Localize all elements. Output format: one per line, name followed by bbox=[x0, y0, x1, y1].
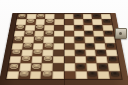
black-man[interactable]: ⛂ bbox=[74, 35, 84, 41]
square-r9c6 bbox=[64, 64, 75, 72]
black-man[interactable]: ⛂ bbox=[103, 29, 114, 35]
white-man[interactable]: ⛂ bbox=[41, 69, 53, 77]
black-man[interactable]: ⛂ bbox=[107, 55, 119, 62]
square-r10c6[interactable] bbox=[64, 71, 76, 79]
square-r8c10[interactable]: ⛂ bbox=[107, 56, 119, 63]
white-man[interactable]: ⛂ bbox=[33, 35, 44, 41]
black-man[interactable]: ⛂ bbox=[84, 42, 95, 48]
square-r7c6 bbox=[64, 49, 75, 56]
square-r9c5[interactable] bbox=[53, 64, 64, 72]
square-r10c2[interactable]: ⛂ bbox=[18, 71, 30, 79]
black-man[interactable]: ⛂ bbox=[83, 18, 93, 23]
square-r8c6[interactable] bbox=[64, 56, 75, 63]
square-r9c3[interactable]: ⛂ bbox=[30, 64, 42, 72]
white-man[interactable]: ⛂ bbox=[42, 55, 53, 62]
white-man[interactable]: ⛂ bbox=[43, 42, 54, 48]
white-man[interactable]: ⛂ bbox=[45, 18, 55, 23]
square-r10c3 bbox=[29, 71, 41, 79]
square-r10c10[interactable]: ⛂ bbox=[109, 71, 122, 79]
white-man[interactable]: ⛂ bbox=[44, 29, 54, 35]
square-r10c5 bbox=[52, 71, 64, 79]
white-man[interactable]: ⛂ bbox=[30, 62, 42, 69]
white-man[interactable]: ⛂ bbox=[35, 24, 45, 30]
metal-clasp-icon[interactable] bbox=[115, 28, 127, 39]
square-r8c2[interactable]: ⛂ bbox=[20, 56, 32, 63]
black-man[interactable]: ⛂ bbox=[85, 55, 96, 62]
draughts-board: ⛂⛂⛂⛂⛂⛂⛂⛂⛂⛂⛂⛂⛂⛂⛂⛂⛂⛂⛂⛂⛂⛂⛂⛂⛂⛂⛂⛂⛂⛂⛂⛂⛂⛂⛂⛂⛂⛂⛂⛂ bbox=[0, 13, 128, 85]
product-photo-background: ⛂⛂⛂⛂⛂⛂⛂⛂⛂⛂⛂⛂⛂⛂⛂⛂⛂⛂⛂⛂⛂⛂⛂⛂⛂⛂⛂⛂⛂⛂⛂⛂⛂⛂⛂⛂⛂⛂⛂⛂ bbox=[0, 0, 128, 85]
square-r10c7 bbox=[75, 71, 87, 79]
square-r10c4[interactable]: ⛂ bbox=[41, 71, 53, 79]
white-man[interactable]: ⛂ bbox=[36, 13, 46, 18]
square-r7c7[interactable]: ⛂ bbox=[74, 49, 85, 56]
square-r9c7[interactable]: ⛂ bbox=[75, 64, 87, 72]
white-man[interactable]: ⛂ bbox=[32, 48, 43, 55]
black-man[interactable]: ⛂ bbox=[74, 48, 85, 55]
square-r8c5 bbox=[53, 56, 64, 63]
black-man[interactable]: ⛂ bbox=[102, 18, 112, 23]
black-man[interactable]: ⛂ bbox=[84, 29, 94, 35]
clasp-pin-icon bbox=[119, 32, 122, 35]
black-man[interactable]: ⛂ bbox=[86, 69, 98, 77]
white-man[interactable]: ⛂ bbox=[20, 55, 32, 62]
black-man[interactable]: ⛂ bbox=[73, 13, 83, 18]
white-man[interactable]: ⛂ bbox=[18, 69, 30, 77]
square-r8c8[interactable]: ⛂ bbox=[85, 56, 96, 63]
black-man[interactable]: ⛂ bbox=[105, 42, 116, 48]
square-r8c4[interactable]: ⛂ bbox=[42, 56, 53, 63]
square-r7c5[interactable] bbox=[53, 49, 64, 56]
square-r7c3[interactable]: ⛂ bbox=[32, 49, 43, 56]
black-man[interactable]: ⛂ bbox=[75, 62, 86, 69]
black-man[interactable]: ⛂ bbox=[74, 24, 84, 30]
square-r10c8[interactable]: ⛂ bbox=[86, 71, 98, 79]
black-man[interactable]: ⛂ bbox=[109, 69, 122, 77]
